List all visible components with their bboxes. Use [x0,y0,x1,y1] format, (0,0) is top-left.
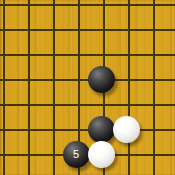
grid-line-vertical-6 [128,0,130,175]
black-stone [88,116,115,143]
grid-line-vertical-3 [53,0,55,175]
grid-line-vertical-7 [153,0,155,175]
white-stone [88,141,115,168]
grid-line-horizontal-3 [0,54,175,56]
black-stone: 5 [63,141,90,168]
grid-line-horizontal-1 [0,4,175,6]
grid-line-horizontal-5 [0,104,175,106]
black-stone [88,66,115,93]
grid-line-horizontal-2 [0,29,175,31]
move-number-label: 5 [73,149,79,160]
grid-line-vertical-2 [28,0,30,175]
go-board[interactable]: 5 [0,0,175,175]
white-stone [113,116,140,143]
grid-line-vertical-1 [3,0,5,175]
